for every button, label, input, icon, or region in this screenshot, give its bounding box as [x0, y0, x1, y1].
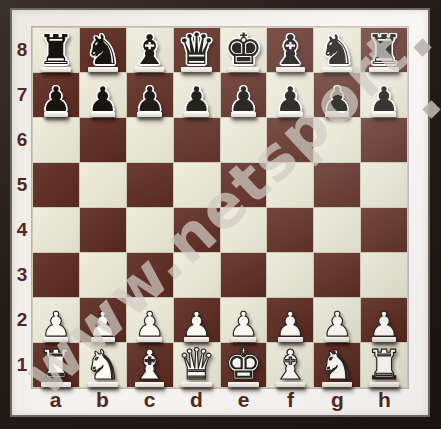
square-b8[interactable]: ♞: [80, 28, 126, 72]
piece-black-queen[interactable]: ♛: [177, 28, 216, 71]
square-a2[interactable]: ♟: [33, 298, 79, 342]
square-c4[interactable]: [127, 208, 173, 252]
square-h8[interactable]: ♜: [361, 28, 407, 72]
square-a5[interactable]: [33, 163, 79, 207]
piece-black-rook[interactable]: ♜: [38, 30, 75, 71]
square-f6[interactable]: [267, 118, 313, 162]
square-h1[interactable]: ♜: [361, 343, 407, 387]
square-a3[interactable]: [33, 253, 79, 297]
square-a6[interactable]: [33, 118, 79, 162]
square-f1[interactable]: ♝: [267, 343, 313, 387]
square-e3[interactable]: [221, 253, 267, 297]
piece-white-pawn[interactable]: ♟: [322, 307, 352, 341]
file-label-h: h: [361, 388, 408, 416]
piece-white-pawn[interactable]: ♟: [275, 307, 305, 341]
piece-white-rook[interactable]: ♜: [38, 345, 75, 386]
square-d7[interactable]: ♟: [174, 73, 220, 117]
square-g6[interactable]: [314, 118, 360, 162]
piece-black-pawn[interactable]: ♟: [134, 82, 164, 116]
square-c7[interactable]: ♟: [127, 73, 173, 117]
file-label-f: f: [267, 388, 314, 416]
piece-white-king[interactable]: ♚: [224, 343, 263, 386]
square-a1[interactable]: ♜: [33, 343, 79, 387]
rank-label-3: 3: [12, 253, 32, 298]
square-h2[interactable]: ♟: [361, 298, 407, 342]
square-b3[interactable]: [80, 253, 126, 297]
piece-white-queen[interactable]: ♛: [177, 343, 216, 386]
square-a4[interactable]: [33, 208, 79, 252]
piece-black-pawn[interactable]: ♟: [369, 82, 399, 116]
watermark-diamond-icon: [422, 100, 440, 118]
file-label-a: a: [32, 388, 79, 416]
piece-white-bishop[interactable]: ♝: [131, 345, 168, 386]
square-g1[interactable]: ♞: [314, 343, 360, 387]
piece-white-pawn[interactable]: ♟: [181, 307, 211, 341]
piece-black-pawn[interactable]: ♟: [228, 82, 258, 116]
file-label-g: g: [314, 388, 361, 416]
file-label-c: c: [126, 388, 173, 416]
square-f2[interactable]: ♟: [267, 298, 313, 342]
square-g5[interactable]: [314, 163, 360, 207]
square-b1[interactable]: ♞: [80, 343, 126, 387]
piece-black-bishop[interactable]: ♝: [131, 30, 168, 71]
piece-black-knight[interactable]: ♞: [84, 30, 121, 71]
square-g3[interactable]: [314, 253, 360, 297]
piece-black-king[interactable]: ♚: [224, 28, 263, 71]
square-g2[interactable]: ♟: [314, 298, 360, 342]
square-d1[interactable]: ♛: [174, 343, 220, 387]
square-e5[interactable]: [221, 163, 267, 207]
square-f3[interactable]: [267, 253, 313, 297]
square-e7[interactable]: ♟: [221, 73, 267, 117]
square-g8[interactable]: ♞: [314, 28, 360, 72]
piece-white-knight[interactable]: ♞: [84, 345, 121, 386]
piece-white-pawn[interactable]: ♟: [134, 307, 164, 341]
piece-black-pawn[interactable]: ♟: [88, 82, 118, 116]
file-label-d: d: [173, 388, 220, 416]
square-e8[interactable]: ♚: [221, 28, 267, 72]
rank-label-2: 2: [12, 298, 32, 343]
square-h6[interactable]: [361, 118, 407, 162]
square-e2[interactable]: ♟: [221, 298, 267, 342]
rank-label-1: 1: [12, 343, 32, 388]
square-d4[interactable]: [174, 208, 220, 252]
piece-black-pawn[interactable]: ♟: [322, 82, 352, 116]
square-b6[interactable]: [80, 118, 126, 162]
piece-black-rook[interactable]: ♜: [366, 30, 403, 71]
square-f7[interactable]: ♟: [267, 73, 313, 117]
square-c8[interactable]: ♝: [127, 28, 173, 72]
square-g4[interactable]: [314, 208, 360, 252]
piece-black-pawn[interactable]: ♟: [181, 82, 211, 116]
square-b5[interactable]: [80, 163, 126, 207]
square-h3[interactable]: [361, 253, 407, 297]
piece-black-pawn[interactable]: ♟: [41, 82, 71, 116]
square-h7[interactable]: ♟: [361, 73, 407, 117]
square-b4[interactable]: [80, 208, 126, 252]
square-f4[interactable]: [267, 208, 313, 252]
rank-label-4: 4: [12, 208, 32, 253]
square-b7[interactable]: ♟: [80, 73, 126, 117]
rank-label-6: 6: [12, 117, 32, 162]
file-labels: abcdefgh: [32, 388, 408, 416]
square-d5[interactable]: [174, 163, 220, 207]
piece-white-bishop[interactable]: ♝: [272, 345, 309, 386]
piece-white-pawn[interactable]: ♟: [369, 307, 399, 341]
square-a7[interactable]: ♟: [33, 73, 79, 117]
square-c5[interactable]: [127, 163, 173, 207]
square-g7[interactable]: ♟: [314, 73, 360, 117]
square-f8[interactable]: ♝: [267, 28, 313, 72]
photo-frame: 87654321 ♜♞♝♛♚♝♞♜♟♟♟♟♟♟♟♟♟♟♟♟♟♟♟♟♜♞♝♛♚♝♞…: [0, 0, 441, 429]
piece-black-bishop[interactable]: ♝: [272, 30, 309, 71]
square-b2[interactable]: ♟: [80, 298, 126, 342]
board-mat: 87654321 ♜♞♝♛♚♝♞♜♟♟♟♟♟♟♟♟♟♟♟♟♟♟♟♟♜♞♝♛♚♝♞…: [12, 10, 428, 415]
square-h4[interactable]: [361, 208, 407, 252]
piece-black-pawn[interactable]: ♟: [275, 82, 305, 116]
rank-label-7: 7: [12, 72, 32, 117]
square-f5[interactable]: [267, 163, 313, 207]
file-label-e: e: [220, 388, 267, 416]
piece-white-rook[interactable]: ♜: [366, 345, 403, 386]
square-h5[interactable]: [361, 163, 407, 207]
square-d3[interactable]: [174, 253, 220, 297]
file-label-b: b: [79, 388, 126, 416]
rank-label-5: 5: [12, 162, 32, 207]
square-a8[interactable]: ♜: [33, 28, 79, 72]
rank-label-8: 8: [12, 27, 32, 72]
piece-white-pawn[interactable]: ♟: [88, 307, 118, 341]
piece-white-pawn[interactable]: ♟: [228, 307, 258, 341]
square-c1[interactable]: ♝: [127, 343, 173, 387]
square-e1[interactable]: ♚: [221, 343, 267, 387]
watermark-diamond-icon: [413, 38, 431, 56]
square-e4[interactable]: [221, 208, 267, 252]
square-e6[interactable]: [221, 118, 267, 162]
piece-black-knight[interactable]: ♞: [319, 30, 356, 71]
square-c3[interactable]: [127, 253, 173, 297]
square-c6[interactable]: [127, 118, 173, 162]
square-d6[interactable]: [174, 118, 220, 162]
square-d2[interactable]: ♟: [174, 298, 220, 342]
square-c2[interactable]: ♟: [127, 298, 173, 342]
rank-labels: 87654321: [12, 27, 32, 388]
square-d8[interactable]: ♛: [174, 28, 220, 72]
chess-board: ♜♞♝♛♚♝♞♜♟♟♟♟♟♟♟♟♟♟♟♟♟♟♟♟♜♞♝♛♚♝♞♜: [32, 27, 408, 388]
piece-white-pawn[interactable]: ♟: [41, 307, 71, 341]
piece-white-knight[interactable]: ♞: [319, 345, 356, 386]
